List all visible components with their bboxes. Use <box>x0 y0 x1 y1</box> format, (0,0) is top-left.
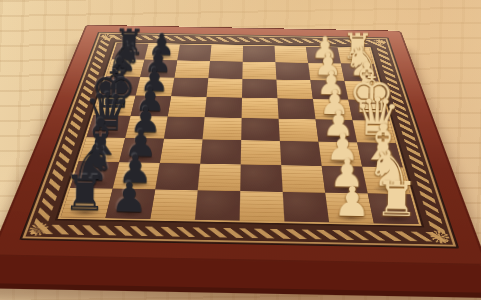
board-frame-inner: ♜♟♟♜♞♟♟♞♝♟♟♝♚♟♟♚♛♟♟♛♝♟♟♝♞♟♟♞♜♟♟♜ <box>19 32 459 249</box>
square-e6[interactable] <box>167 96 206 117</box>
square-g4[interactable] <box>242 62 276 80</box>
piece-white-rook[interactable]: ♜ <box>374 176 418 221</box>
square-e3[interactable] <box>277 98 315 119</box>
photo-scene: ♜♟♟♜♞♟♟♞♝♟♟♝♚♟♟♚♛♟♟♛♝♟♟♝♞♟♟♞♜♟♟♜ <box>0 0 481 300</box>
square-b3[interactable] <box>281 165 325 193</box>
square-f3[interactable] <box>276 80 313 99</box>
square-a2[interactable]: ♟ <box>325 193 374 223</box>
corner-palmette-icon <box>27 223 50 236</box>
corner-palmette-icon <box>428 230 451 244</box>
square-g3[interactable] <box>275 62 310 80</box>
square-d5[interactable] <box>202 117 241 140</box>
square-h4[interactable] <box>242 46 275 63</box>
piece-black-pawn[interactable]: ♟ <box>109 178 146 216</box>
square-d6[interactable] <box>163 117 204 140</box>
board-wrapper: ♜♟♟♜♞♟♟♞♝♟♟♝♚♟♟♚♛♟♟♛♝♟♟♝♞♟♟♞♜♟♟♜ <box>0 0 481 300</box>
chess-board: ♜♟♟♜♞♟♟♞♝♟♟♝♚♟♟♚♛♟♟♛♝♟♟♝♞♟♟♞♜♟♟♜ <box>0 25 481 266</box>
square-f4[interactable] <box>242 79 277 98</box>
square-e4[interactable] <box>241 98 278 119</box>
square-c6[interactable] <box>159 139 202 164</box>
square-g5[interactable] <box>208 61 242 79</box>
piece-black-rook[interactable]: ♜ <box>62 170 106 215</box>
square-h3[interactable] <box>274 46 308 63</box>
square-a1[interactable]: ♜ <box>367 194 418 224</box>
square-a7[interactable]: ♟ <box>105 189 155 219</box>
square-b5[interactable] <box>197 164 240 191</box>
square-b4[interactable] <box>240 164 283 192</box>
square-h6[interactable] <box>177 44 211 61</box>
square-b6[interactable] <box>155 163 200 190</box>
square-c4[interactable] <box>240 140 281 165</box>
square-c3[interactable] <box>279 141 321 166</box>
decorative-border: ♜♟♟♜♞♟♟♞♝♟♟♝♚♟♟♚♛♟♟♛♝♟♟♝♞♟♟♞♜♟♟♜ <box>22 33 456 247</box>
square-d4[interactable] <box>241 118 280 141</box>
square-g6[interactable] <box>174 60 210 78</box>
square-a3[interactable] <box>282 192 328 222</box>
square-a8[interactable]: ♜ <box>60 188 112 218</box>
square-a4[interactable] <box>239 191 284 221</box>
square-a6[interactable] <box>150 190 198 220</box>
square-e5[interactable] <box>204 97 241 118</box>
square-a5[interactable] <box>194 190 239 220</box>
piece-white-pawn[interactable]: ♟ <box>332 182 369 220</box>
square-d3[interactable] <box>278 119 318 142</box>
square-f6[interactable] <box>171 78 208 97</box>
square-c5[interactable] <box>200 139 241 164</box>
square-h5[interactable] <box>209 45 242 62</box>
board-grid: ♜♟♟♜♞♟♟♞♝♟♟♝♚♟♟♚♛♟♟♛♝♟♟♝♞♟♟♞♜♟♟♜ <box>57 42 421 225</box>
square-f5[interactable] <box>206 78 242 97</box>
